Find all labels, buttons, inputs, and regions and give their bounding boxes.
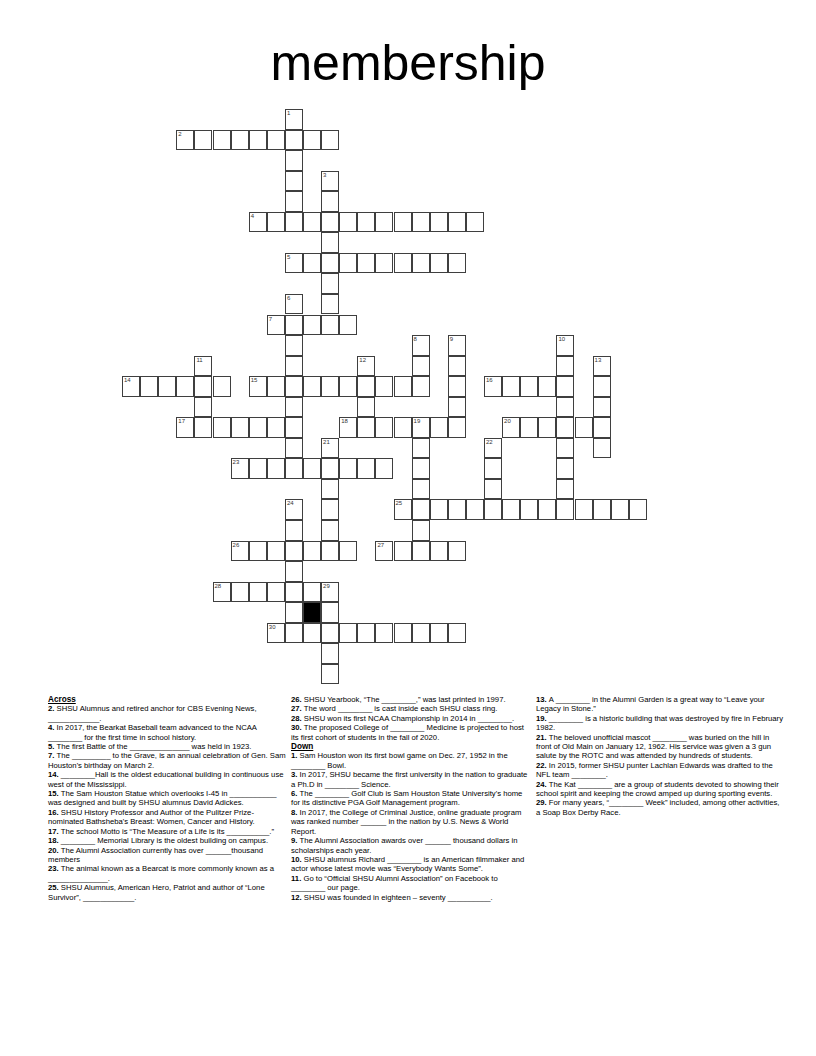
grid-cell-r10c10[interactable] <box>303 315 321 336</box>
grid-cell-r1c10[interactable] <box>303 130 321 151</box>
grid-cell-r17c12[interactable] <box>339 458 357 479</box>
clue-25: 25. SHSU Alumnus, American Hero, Patriot… <box>48 883 286 902</box>
cell-number-30: 30 <box>269 624 276 631</box>
grid-cell-r23c7[interactable] <box>249 582 267 603</box>
grid-cell-r4c9[interactable] <box>285 191 303 212</box>
clue-12: 12. SHSU was founded in eighteen – seven… <box>291 893 529 902</box>
grid-cell-r11c18[interactable]: 9 <box>448 335 466 356</box>
clue-3: 3. In 2017, SHSU became the first univer… <box>291 770 529 789</box>
grid-cell-r21c14[interactable]: 27 <box>375 541 393 562</box>
grid-cell-r19c9[interactable]: 24 <box>285 499 303 520</box>
grid-cell-r10c8[interactable]: 7 <box>267 315 285 336</box>
grid-cell-r25c14[interactable] <box>375 623 393 644</box>
grid-cell-r21c9[interactable] <box>285 541 303 562</box>
grid-cell-r13c20[interactable]: 16 <box>484 376 502 397</box>
grid-cell-r23c8[interactable] <box>267 582 285 603</box>
grid-cell-r5c7[interactable]: 4 <box>249 212 267 233</box>
grid-cell-r21c18[interactable] <box>448 541 466 562</box>
cell-number-20: 20 <box>504 418 511 425</box>
grid-cell-r15c6[interactable] <box>231 417 249 438</box>
grid-cell-r5c9[interactable] <box>285 212 303 233</box>
grid-cell-r17c24[interactable] <box>556 458 574 479</box>
clue-14: 14. ________Hall is the oldest education… <box>48 770 286 789</box>
grid-cell-r16c24[interactable] <box>556 438 574 459</box>
grid-cell-r25c13[interactable] <box>357 623 375 644</box>
cell-number-4: 4 <box>251 213 254 220</box>
grid-cell-r23c5[interactable]: 28 <box>213 582 231 603</box>
grid-cell-r13c5[interactable] <box>213 376 231 397</box>
grid-cell-r1c11[interactable] <box>321 130 339 151</box>
clue-21: 21. The beloved unofficial mascot ______… <box>536 733 784 761</box>
cell-number-11: 11 <box>196 357 202 364</box>
cell-number-15: 15 <box>251 377 258 384</box>
cell-number-1: 1 <box>287 110 290 117</box>
cell-number-10: 10 <box>558 336 565 343</box>
grid-cell-r10c9[interactable] <box>285 315 303 336</box>
grid-cell-r20c9[interactable] <box>285 520 303 541</box>
clue-19: 19. ________ is a historic building that… <box>536 714 784 733</box>
grid-cell-r7c11[interactable] <box>321 253 339 274</box>
clue-20: 20. The Alumni Association currently has… <box>48 846 286 865</box>
grid-cell-r26c11[interactable] <box>321 643 339 664</box>
grid-cell-r21c17[interactable] <box>430 541 448 562</box>
grid-cell-r10c12[interactable] <box>339 315 357 336</box>
clue-18: 18. ________ Memorial Library is the old… <box>48 836 286 845</box>
grid-cell-r17c6[interactable]: 23 <box>231 458 249 479</box>
grid-cell-r17c14[interactable] <box>375 458 393 479</box>
cell-number-13: 13 <box>595 357 602 364</box>
cell-number-28: 28 <box>215 583 222 590</box>
grid-cell-r16c20[interactable]: 22 <box>484 438 502 459</box>
grid-cell-r25c18[interactable] <box>448 623 466 644</box>
grid-cell-r15c21[interactable]: 20 <box>502 417 520 438</box>
across-header: Across <box>48 695 286 704</box>
grid-cell-r14c24[interactable] <box>556 397 574 418</box>
grid-cell-r12c18[interactable] <box>448 356 466 377</box>
grid-cell-r13c8[interactable] <box>267 376 285 397</box>
grid-cell-r13c11[interactable] <box>321 376 339 397</box>
grid-cell-r15c16[interactable]: 19 <box>412 417 430 438</box>
clues-column-right: 13. A ________ in the Alumni Garden is a… <box>536 695 784 817</box>
grid-cell-r19c20[interactable] <box>484 499 502 520</box>
grid-cell-r13c14[interactable] <box>375 376 393 397</box>
grid-cell-r7c14[interactable] <box>375 253 393 274</box>
cell-number-25: 25 <box>396 500 403 507</box>
grid-cell-r15c18[interactable] <box>448 417 466 438</box>
grid-cell-r15c22[interactable] <box>520 417 538 438</box>
grid-cell-r7c15[interactable] <box>394 253 412 274</box>
grid-cell-r10c11[interactable] <box>321 315 339 336</box>
grid-cell-r13c10[interactable] <box>303 376 321 397</box>
grid-cell-r7c16[interactable] <box>412 253 430 274</box>
clue-2: 2. SHSU Alumnus and retired anchor for C… <box>48 704 286 723</box>
black-cell-r24c10 <box>303 602 321 623</box>
cell-number-17: 17 <box>178 418 185 425</box>
clue-23: 23. The animal known as a Bearcat is mor… <box>48 864 286 883</box>
grid-cell-r16c26[interactable] <box>593 438 611 459</box>
cell-number-2: 2 <box>178 131 181 138</box>
grid-cell-r7c9[interactable]: 5 <box>285 253 303 274</box>
grid-cell-r5c10[interactable] <box>303 212 321 233</box>
cell-number-21: 21 <box>323 439 330 446</box>
grid-cell-r25c8[interactable]: 30 <box>267 623 285 644</box>
grid-cell-r19c26[interactable] <box>593 499 611 520</box>
cell-number-12: 12 <box>359 357 366 364</box>
grid-cell-r15c8[interactable] <box>267 417 285 438</box>
grid-cell-r9c11[interactable] <box>321 294 339 315</box>
grid-cell-r17c9[interactable] <box>285 458 303 479</box>
grid-cell-r12c13[interactable]: 12 <box>357 356 375 377</box>
grid-cell-r3c9[interactable] <box>285 171 303 192</box>
clues-column-middle: 26. SHSU Yearbook, “The ________,” was l… <box>291 695 529 902</box>
grid-cell-r11c9[interactable] <box>285 335 303 356</box>
grid-cell-r15c14[interactable] <box>375 417 393 438</box>
clue-4: 4. In 2017, the Bearkat Baseball team ad… <box>48 723 286 742</box>
grid-cell-r5c15[interactable] <box>394 212 412 233</box>
puzzle-title: membership <box>0 34 816 92</box>
grid-cell-r25c17[interactable] <box>430 623 448 644</box>
grid-cell-r15c5[interactable] <box>213 417 231 438</box>
clues-column-left: Across2. SHSU Alumnus and retired anchor… <box>48 695 286 902</box>
grid-cell-r13c21[interactable] <box>502 376 520 397</box>
grid-cell-r25c16[interactable] <box>412 623 430 644</box>
cell-number-8: 8 <box>414 336 417 343</box>
grid-cell-r17c20[interactable] <box>484 458 502 479</box>
grid-cell-r18c16[interactable] <box>412 479 430 500</box>
cell-number-6: 6 <box>287 295 290 302</box>
grid-cell-r5c11[interactable] <box>321 212 339 233</box>
grid-cell-r1c3[interactable]: 2 <box>176 130 194 151</box>
grid-cell-r21c11[interactable] <box>321 541 339 562</box>
grid-cell-r5c13[interactable] <box>357 212 375 233</box>
cell-number-14: 14 <box>124 377 131 384</box>
grid-cell-r13c3[interactable] <box>176 376 194 397</box>
grid-cell-r21c15[interactable] <box>394 541 412 562</box>
grid-cell-r17c7[interactable] <box>249 458 267 479</box>
grid-cell-r9c9[interactable]: 6 <box>285 294 303 315</box>
grid-cell-r23c10[interactable] <box>303 582 321 603</box>
grid-cell-r1c8[interactable] <box>267 130 285 151</box>
grid-cell-r5c17[interactable] <box>430 212 448 233</box>
grid-cell-r19c24[interactable] <box>556 499 574 520</box>
grid-cell-r7c12[interactable] <box>339 253 357 274</box>
grid-cell-r15c13[interactable] <box>357 417 375 438</box>
down-header: Down <box>291 742 529 751</box>
clue-27: 27. The word ________ is cast inside eac… <box>291 704 529 713</box>
grid-cell-r21c8[interactable] <box>267 541 285 562</box>
grid-cell-r13c0[interactable]: 14 <box>122 376 140 397</box>
grid-cell-r15c3[interactable]: 17 <box>176 417 194 438</box>
clue-30: 30. The proposed College of ________ Med… <box>291 723 529 742</box>
grid-cell-r21c7[interactable] <box>249 541 267 562</box>
clue-29: 29. For many years, “________ Week” incl… <box>536 798 784 817</box>
grid-cell-r15c7[interactable] <box>249 417 267 438</box>
cell-number-3: 3 <box>323 172 326 179</box>
grid-cell-r13c18[interactable] <box>448 376 466 397</box>
grid-cell-r13c26[interactable] <box>593 376 611 397</box>
grid-cell-r19c23[interactable] <box>538 499 556 520</box>
grid-cell-r1c7[interactable] <box>249 130 267 151</box>
grid-cell-r1c4[interactable] <box>194 130 212 151</box>
clue-10: 10. SHSU alumnus Richard ________ is an … <box>291 855 529 874</box>
grid-cell-r25c9[interactable] <box>285 623 303 644</box>
grid-cell-r13c16[interactable] <box>412 376 430 397</box>
cell-number-27: 27 <box>377 542 384 549</box>
clue-8: 8. In 2017, the College of Criminal Just… <box>291 808 529 836</box>
grid-cell-r19c22[interactable] <box>520 499 538 520</box>
grid-cell-r19c17[interactable] <box>430 499 448 520</box>
grid-cell-r19c25[interactable] <box>575 499 593 520</box>
grid-cell-r17c11[interactable] <box>321 458 339 479</box>
grid-cell-r15c24[interactable] <box>556 417 574 438</box>
clue-16: 16. SHSU History Professor and Author of… <box>48 808 286 827</box>
grid-cell-r13c23[interactable] <box>538 376 556 397</box>
grid-cell-r23c9[interactable] <box>285 582 303 603</box>
clue-24: 24. The Kat ________ are a group of stud… <box>536 780 784 799</box>
grid-cell-r19c11[interactable] <box>321 499 339 520</box>
clue-7: 7. The _________ to the Grave, is an ann… <box>48 751 286 770</box>
grid-cell-r19c28[interactable] <box>629 499 647 520</box>
grid-cell-r27c11[interactable] <box>321 664 339 685</box>
grid-cell-r25c15[interactable] <box>394 623 412 644</box>
grid-cell-r17c13[interactable] <box>357 458 375 479</box>
clue-11: 11. Go to “Official SHSU Alumni Associat… <box>291 874 529 893</box>
clue-9: 9. The Alumni Association awards over __… <box>291 836 529 855</box>
grid-cell-r23c11[interactable]: 29 <box>321 582 339 603</box>
grid-cell-r13c7[interactable]: 15 <box>249 376 267 397</box>
grid-cell-r7c10[interactable] <box>303 253 321 274</box>
grid-cell-r15c12[interactable]: 18 <box>339 417 357 438</box>
grid-cell-r21c16[interactable] <box>412 541 430 562</box>
grid-cell-r14c26[interactable] <box>593 397 611 418</box>
grid-cell-r7c18[interactable] <box>448 253 466 274</box>
grid-cell-r14c13[interactable] <box>357 397 375 418</box>
grid-cell-r19c16[interactable] <box>412 499 430 520</box>
grid-cell-r7c17[interactable] <box>430 253 448 274</box>
grid-cell-r19c15[interactable]: 25 <box>394 499 412 520</box>
grid-cell-r21c6[interactable]: 26 <box>231 541 249 562</box>
grid-cell-r13c15[interactable] <box>394 376 412 397</box>
clue-6: 6. The ________ Golf Club is Sam Houston… <box>291 789 529 808</box>
clue-28: 28. SHSU won its first NCAA Championship… <box>291 714 529 723</box>
grid-cell-r12c24[interactable] <box>556 356 574 377</box>
cell-number-7: 7 <box>269 316 272 323</box>
grid-cell-r19c18[interactable] <box>448 499 466 520</box>
grid-cell-r21c10[interactable] <box>303 541 321 562</box>
grid-cell-r17c16[interactable] <box>412 458 430 479</box>
grid-cell-r24c11[interactable] <box>321 602 339 623</box>
grid-cell-r6c11[interactable] <box>321 232 339 253</box>
clue-1: 1. Sam Houston won its first bowl game o… <box>291 751 529 770</box>
clue-26: 26. SHSU Yearbook, “The ________,” was l… <box>291 695 529 704</box>
grid-cell-r1c5[interactable] <box>213 130 231 151</box>
grid-cell-r15c4[interactable] <box>194 417 212 438</box>
grid-cell-r13c9[interactable] <box>285 376 303 397</box>
grid-cell-r12c9[interactable] <box>285 356 303 377</box>
grid-cell-r13c4[interactable] <box>194 376 212 397</box>
grid-cell-r17c8[interactable] <box>267 458 285 479</box>
grid-cell-r19c27[interactable] <box>611 499 629 520</box>
grid-cell-r20c16[interactable] <box>412 520 430 541</box>
grid-cell-r8c11[interactable] <box>321 273 339 294</box>
cell-number-26: 26 <box>233 542 240 549</box>
grid-cell-r3c11[interactable]: 3 <box>321 171 339 192</box>
clue-22: 22. In 2015, former SHSU punter Lachlan … <box>536 761 784 780</box>
grid-cell-r25c12[interactable] <box>339 623 357 644</box>
grid-cell-r13c2[interactable] <box>158 376 176 397</box>
grid-cell-r11c24[interactable]: 10 <box>556 335 574 356</box>
cell-number-16: 16 <box>486 377 493 384</box>
grid-cell-r14c9[interactable] <box>285 397 303 418</box>
grid-cell-r16c11[interactable]: 21 <box>321 438 339 459</box>
grid-cell-r5c12[interactable] <box>339 212 357 233</box>
cell-number-23: 23 <box>233 459 240 466</box>
grid-cell-r18c11[interactable] <box>321 479 339 500</box>
cell-number-29: 29 <box>323 583 330 590</box>
grid-cell-r12c26[interactable]: 13 <box>593 356 611 377</box>
grid-cell-r15c17[interactable] <box>430 417 448 438</box>
grid-cell-r15c23[interactable] <box>538 417 556 438</box>
grid-cell-r25c10[interactable] <box>303 623 321 644</box>
grid-cell-r15c25[interactable] <box>575 417 593 438</box>
grid-cell-r2c9[interactable] <box>285 150 303 171</box>
grid-cell-r24c9[interactable] <box>285 602 303 623</box>
grid-cell-r11c16[interactable]: 8 <box>412 335 430 356</box>
clue-15: 15. The Sam Houston Statue which overloo… <box>48 789 286 808</box>
grid-cell-r5c8[interactable] <box>267 212 285 233</box>
grid-cell-r21c12[interactable] <box>339 541 357 562</box>
grid-cell-r4c11[interactable] <box>321 191 339 212</box>
grid-cell-r1c9[interactable] <box>285 130 303 151</box>
grid-cell-r18c24[interactable] <box>556 479 574 500</box>
grid-cell-r12c16[interactable] <box>412 356 430 377</box>
grid-cell-r14c4[interactable] <box>194 397 212 418</box>
grid-cell-r23c6[interactable] <box>231 582 249 603</box>
grid-cell-r5c19[interactable] <box>466 212 484 233</box>
cell-number-18: 18 <box>341 418 348 425</box>
grid-cell-r13c13[interactable] <box>357 376 375 397</box>
grid-cell-r5c14[interactable] <box>375 212 393 233</box>
grid-cell-r7c13[interactable] <box>357 253 375 274</box>
grid-cell-r13c1[interactable] <box>140 376 158 397</box>
cell-number-22: 22 <box>486 439 493 446</box>
grid-cell-r15c26[interactable] <box>593 417 611 438</box>
grid-cell-r14c18[interactable] <box>448 397 466 418</box>
cell-number-5: 5 <box>287 254 290 261</box>
clue-13: 13. A ________ in the Alumni Garden is a… <box>536 695 784 714</box>
grid-cell-r19c21[interactable] <box>502 499 520 520</box>
grid-cell-r16c16[interactable] <box>412 438 430 459</box>
grid-cell-r19c19[interactable] <box>466 499 484 520</box>
grid-cell-r13c24[interactable] <box>556 376 574 397</box>
grid-cell-r5c18[interactable] <box>448 212 466 233</box>
grid-cell-r13c22[interactable] <box>520 376 538 397</box>
grid-cell-r13c12[interactable] <box>339 376 357 397</box>
clue-17: 17. The school Motto is “The Measure of … <box>48 827 286 836</box>
grid-cell-r22c9[interactable] <box>285 561 303 582</box>
grid-cell-r15c15[interactable] <box>394 417 412 438</box>
grid-cell-r17c10[interactable] <box>303 458 321 479</box>
grid-cell-r12c4[interactable]: 11 <box>194 356 212 377</box>
grid-cell-r15c9[interactable] <box>285 417 303 438</box>
grid-cell-r16c9[interactable] <box>285 438 303 459</box>
clue-5: 5. The first Battle of the _____________… <box>48 742 286 751</box>
grid-cell-r1c6[interactable] <box>231 130 249 151</box>
grid-cell-r5c16[interactable] <box>412 212 430 233</box>
grid-cell-r0c9[interactable]: 1 <box>285 109 303 130</box>
grid-cell-r25c11[interactable] <box>321 623 339 644</box>
grid-cell-r18c20[interactable] <box>484 479 502 500</box>
cell-number-19: 19 <box>414 418 421 425</box>
grid-cell-r20c11[interactable] <box>321 520 339 541</box>
cell-number-24: 24 <box>287 500 294 507</box>
cell-number-9: 9 <box>450 336 453 343</box>
